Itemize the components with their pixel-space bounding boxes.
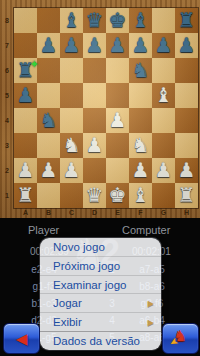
square-h3[interactable] xyxy=(175,133,198,158)
square-d2[interactable] xyxy=(83,158,106,183)
file-label-b: B xyxy=(37,208,60,218)
file-label-g: G xyxy=(152,208,175,218)
piece-black-p: ♟ xyxy=(37,33,60,58)
square-f4[interactable] xyxy=(129,108,152,133)
rank-label-7: 7 xyxy=(0,42,14,49)
piece-black-r: ♜ xyxy=(175,8,198,33)
square-b3[interactable] xyxy=(37,133,60,158)
square-b1[interactable] xyxy=(37,183,60,208)
square-c5[interactable] xyxy=(60,83,83,108)
piece-white-b: ♝ xyxy=(152,83,175,108)
square-h6[interactable] xyxy=(175,58,198,83)
square-h2[interactable]: ♟ xyxy=(175,158,198,183)
square-e5[interactable] xyxy=(106,83,129,108)
square-b2[interactable]: ♟ xyxy=(37,158,60,183)
square-b4[interactable]: ♞ xyxy=(37,108,60,133)
square-c4[interactable] xyxy=(60,108,83,133)
menu-item-label: Próximo jogo xyxy=(53,260,120,272)
file-label-h: H xyxy=(175,208,198,218)
square-d7[interactable]: ♟ xyxy=(83,33,106,58)
piece-white-p: ♟ xyxy=(60,158,83,183)
piece-white-p: ♟ xyxy=(14,158,37,183)
piece-white-p: ♟ xyxy=(106,108,129,133)
square-c2[interactable]: ♟ xyxy=(60,158,83,183)
rank-label-8: 8 xyxy=(0,17,14,24)
piece-white-r: ♜ xyxy=(175,183,198,208)
square-g6[interactable] xyxy=(152,58,175,83)
piece-black-p: ♟ xyxy=(60,33,83,58)
menu-item-pr-ximo-jogo[interactable]: Próximo jogo xyxy=(40,256,161,275)
piece-white-p: ♟ xyxy=(175,158,198,183)
square-b8[interactable] xyxy=(37,8,60,33)
piece-black-p: ♟ xyxy=(83,33,106,58)
square-b6[interactable] xyxy=(37,58,60,83)
square-e7[interactable]: ♟ xyxy=(106,33,129,58)
piece-white-r: ♜ xyxy=(14,183,37,208)
square-e6[interactable] xyxy=(106,58,129,83)
piece-black-p: ♟ xyxy=(152,33,175,58)
square-g7[interactable]: ♟ xyxy=(152,33,175,58)
square-g8[interactable] xyxy=(152,8,175,33)
square-h7[interactable]: ♟ xyxy=(175,33,198,58)
square-g1[interactable] xyxy=(152,183,175,208)
piece-black-n: ♞ xyxy=(37,108,60,133)
square-g3[interactable] xyxy=(152,133,175,158)
square-f1[interactable]: ♝ xyxy=(129,183,152,208)
square-e4[interactable]: ♟ xyxy=(106,108,129,133)
square-a8[interactable] xyxy=(14,8,37,33)
menu-item-label: Exibir xyxy=(53,316,82,328)
square-e2[interactable] xyxy=(106,158,129,183)
square-h5[interactable] xyxy=(175,83,198,108)
square-d4[interactable] xyxy=(83,108,106,133)
square-d5[interactable] xyxy=(83,83,106,108)
rank-label-3: 3 xyxy=(0,142,14,149)
square-f8[interactable]: ♝ xyxy=(129,8,152,33)
white-player-name: Player xyxy=(28,224,59,236)
piece-white-p: ♟ xyxy=(37,158,60,183)
piece-black-p: ♟ xyxy=(129,33,152,58)
piece-black-q: ♛ xyxy=(83,8,106,33)
menu-item-label: Jogar xyxy=(53,297,82,309)
square-c1[interactable] xyxy=(60,183,83,208)
menu-item-novo-jogo[interactable]: Novo jogo xyxy=(40,238,161,256)
square-h8[interactable]: ♜ xyxy=(175,8,198,33)
rank-label-2: 2 xyxy=(0,167,14,174)
menu-item-label: Novo jogo xyxy=(53,241,105,253)
square-a1[interactable]: ♜ xyxy=(14,183,37,208)
square-c7[interactable]: ♟ xyxy=(60,33,83,58)
piece-white-q: ♛ xyxy=(83,183,106,208)
square-d3[interactable]: ♟ xyxy=(83,133,106,158)
back-button[interactable]: ◀ xyxy=(3,323,40,354)
square-a4[interactable] xyxy=(14,108,37,133)
piece-black-n: ♞ xyxy=(129,58,152,83)
square-f2[interactable]: ♟ xyxy=(129,158,152,183)
square-b5[interactable] xyxy=(37,83,60,108)
piece-white-p: ♟ xyxy=(129,158,152,183)
square-h1[interactable]: ♜ xyxy=(175,183,198,208)
menu-item-examinar-jogo[interactable]: Examinar jogo xyxy=(40,275,161,294)
menu-item-dados-da-vers-o[interactable]: Dados da versão xyxy=(40,331,161,350)
piece-black-k: ♚ xyxy=(106,8,129,33)
rank-label-5: 5 xyxy=(0,92,14,99)
back-arrow-icon: ◀ xyxy=(16,331,28,346)
piece-black-b: ♝ xyxy=(60,8,83,33)
play-move-button[interactable]: ♞ ➤ xyxy=(162,323,199,354)
square-e8[interactable]: ♚ xyxy=(106,8,129,33)
file-label-c: C xyxy=(60,208,83,218)
square-e3[interactable] xyxy=(106,133,129,158)
square-b7[interactable]: ♟ xyxy=(37,33,60,58)
chess-board: ♝♛♚♝♜♟♟♟♟♟♟♟♜✦♞♟♝♞♟♞♟♞♟♟♟♟♟♟♜♛♚♝♜ 876543… xyxy=(0,0,200,218)
menu-item-label: Examinar jogo xyxy=(53,279,127,291)
submenu-arrow-icon: ▶ xyxy=(148,318,154,327)
square-g4[interactable] xyxy=(152,108,175,133)
submenu-arrow-icon: ▶ xyxy=(148,299,154,308)
square-c8[interactable]: ♝ xyxy=(60,8,83,33)
file-label-f: F xyxy=(129,208,152,218)
rank-label-4: 4 xyxy=(0,117,14,124)
black-player-name: Computer xyxy=(122,224,170,236)
last-move-marker-icon: ✦ xyxy=(30,58,39,71)
rank-label-1: 1 xyxy=(0,192,14,199)
square-g5[interactable]: ♝ xyxy=(152,83,175,108)
piece-white-p: ♟ xyxy=(83,133,106,158)
knight-arrow-icon: ♞ ➤ xyxy=(171,329,191,349)
square-d1[interactable]: ♛ xyxy=(83,183,106,208)
piece-black-p: ♟ xyxy=(106,33,129,58)
square-f6[interactable]: ♞ xyxy=(129,58,152,83)
square-d6[interactable] xyxy=(83,58,106,83)
piece-black-p: ♟ xyxy=(14,83,37,108)
square-d8[interactable]: ♛ xyxy=(83,8,106,33)
square-c3[interactable]: ♞ xyxy=(60,133,83,158)
square-a2[interactable]: ♟ xyxy=(14,158,37,183)
square-f3[interactable]: ♞ xyxy=(129,133,152,158)
square-f7[interactable]: ♟ xyxy=(129,33,152,58)
file-label-a: A xyxy=(14,208,37,218)
options-menu-popup: Novo jogoPróximo jogoExaminar jogoJogar▶… xyxy=(40,238,161,350)
menu-item-label: Dados da versão xyxy=(53,335,140,347)
piece-white-n: ♞ xyxy=(60,133,83,158)
board-squares: ♝♛♚♝♜♟♟♟♟♟♟♟♜✦♞♟♝♞♟♞♟♞♟♟♟♟♟♟♜♛♚♝♜ xyxy=(14,8,198,208)
rank-label-6: 6 xyxy=(0,67,14,74)
square-a6[interactable]: ♜✦ xyxy=(14,58,37,83)
piece-white-b: ♝ xyxy=(129,183,152,208)
square-a7[interactable] xyxy=(14,33,37,58)
piece-black-b: ♝ xyxy=(129,8,152,33)
square-h4[interactable] xyxy=(175,108,198,133)
file-label-e: E xyxy=(106,208,129,218)
file-label-d: D xyxy=(83,208,106,218)
square-f5[interactable] xyxy=(129,83,152,108)
square-c6[interactable] xyxy=(60,58,83,83)
square-e1[interactable]: ♚ xyxy=(106,183,129,208)
menu-item-jogar[interactable]: Jogar▶ xyxy=(40,293,161,312)
square-g2[interactable]: ♟ xyxy=(152,158,175,183)
piece-white-n: ♞ xyxy=(129,133,152,158)
menu-item-exibir[interactable]: Exibir▶ xyxy=(40,312,161,331)
chess-app-screen: ♝♛♚♝♜♟♟♟♟♟♟♟♜✦♞♟♝♞♟♞♟♞♟♟♟♟♟♟♜♛♚♝♜ 876543… xyxy=(0,0,200,356)
square-a3[interactable] xyxy=(14,133,37,158)
square-a5[interactable]: ♟ xyxy=(14,83,37,108)
piece-white-p: ♟ xyxy=(152,158,175,183)
piece-white-k: ♚ xyxy=(106,183,129,208)
piece-black-p: ♟ xyxy=(175,33,198,58)
